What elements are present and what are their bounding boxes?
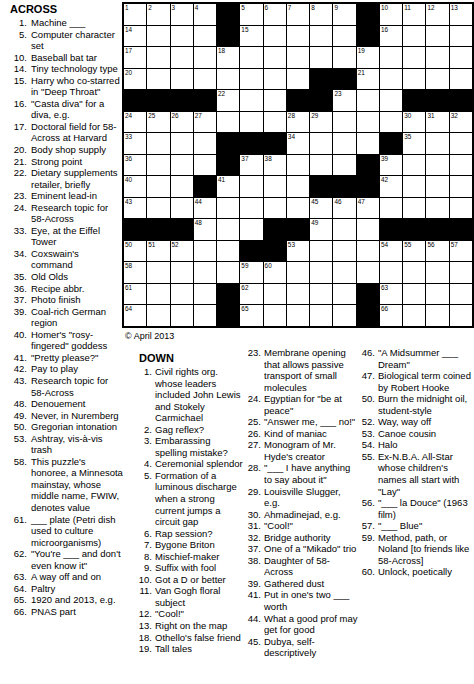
across-clues-column: ACROSS 1.Machine ___5.Computer character… bbox=[4, 3, 123, 617]
grid-cell-r8c15[interactable] bbox=[450, 155, 472, 176]
grid-cell-r8c14[interactable] bbox=[426, 155, 448, 176]
grid-cell-r2c2[interactable] bbox=[147, 26, 169, 47]
clue-across-35: 35.Old Olds bbox=[4, 271, 123, 283]
grid-cell-r15c12[interactable]: 66 bbox=[380, 305, 402, 326]
clue-text: Pay to play bbox=[31, 363, 78, 374]
grid-cell-r6c12[interactable] bbox=[380, 112, 402, 133]
clue-down-59: 59.Method, path, or Noland [to friends l… bbox=[360, 532, 473, 567]
grid-cell-r7c1[interactable]: 33 bbox=[124, 133, 146, 154]
grid-cell-r12c10[interactable] bbox=[333, 241, 355, 262]
grid-cell-r9c14[interactable] bbox=[426, 176, 448, 197]
grid-cell-r1c12[interactable]: 10 bbox=[380, 4, 402, 25]
grid-cell-r12c4[interactable] bbox=[194, 241, 216, 262]
black-cell-r1c11 bbox=[357, 4, 379, 25]
grid-cell-r4c7[interactable] bbox=[264, 69, 286, 90]
grid-cell-r15c10[interactable] bbox=[333, 305, 355, 326]
clue-number: 9. bbox=[137, 562, 152, 574]
clue-text: "___ la Douce" (1963 film) bbox=[378, 497, 468, 520]
clue-text: Burn the midnight oil, student-style bbox=[378, 393, 467, 416]
cell-number: 36 bbox=[125, 155, 132, 163]
black-cell-r9c11 bbox=[357, 176, 379, 197]
grid-cell-r4c1[interactable]: 20 bbox=[124, 69, 146, 90]
clue-across-36: 36.Recipe abbr. bbox=[4, 283, 123, 295]
black-cell-r15c11 bbox=[357, 305, 379, 326]
grid-cell-r10c1[interactable]: 43 bbox=[124, 198, 146, 219]
grid-cell-r1c3[interactable]: 3 bbox=[171, 4, 193, 25]
grid-cell-r14c1[interactable]: 61 bbox=[124, 284, 146, 305]
cell-number: 33 bbox=[125, 133, 132, 141]
clue-across-41: 41."Pretty please?" bbox=[4, 352, 123, 364]
clue-number: 29. bbox=[246, 486, 261, 498]
grid-cell-r3c11[interactable]: 19 bbox=[357, 47, 379, 68]
grid-cell-r7c2[interactable] bbox=[147, 133, 169, 154]
grid-cell-r3c6[interactable] bbox=[240, 47, 262, 68]
grid-cell-r1c15[interactable]: 13 bbox=[450, 4, 472, 25]
grid-cell-r6c4[interactable]: 27 bbox=[194, 112, 216, 133]
clue-across-39: 39.Coal-rich German region bbox=[4, 306, 123, 329]
grid-cell-r12c11[interactable] bbox=[357, 241, 379, 262]
grid-cell-r7c3[interactable] bbox=[171, 133, 193, 154]
grid-cell-r9c15[interactable] bbox=[450, 176, 472, 197]
black-cell-r5c4 bbox=[194, 90, 216, 111]
clue-number: 47. bbox=[360, 370, 375, 382]
clue-across-37: 37.Photo finish bbox=[4, 294, 123, 306]
clue-text: Paltry bbox=[31, 583, 55, 594]
grid-cell-r13c8[interactable] bbox=[287, 262, 309, 283]
grid-cell-r7c13[interactable]: 35 bbox=[403, 133, 425, 154]
grid-cell-r15c9[interactable] bbox=[310, 305, 332, 326]
clue-text: Gag reflex? bbox=[155, 424, 204, 435]
clue-across-1: 1.Machine ___ bbox=[4, 17, 123, 29]
clue-number: 59. bbox=[360, 532, 375, 544]
clue-number: 10. bbox=[137, 574, 152, 586]
clue-text: Louisville Slugger, e.g. bbox=[264, 486, 341, 509]
clue-text: Ceremonial splendor bbox=[155, 458, 243, 469]
clue-text: Computer character set bbox=[31, 29, 115, 52]
clue-across-50: 50.Gregorian intonation bbox=[4, 421, 123, 433]
clue-number: 2. bbox=[137, 424, 152, 436]
grid-cell-r9c7[interactable] bbox=[264, 176, 286, 197]
grid-cell-r13c13[interactable] bbox=[403, 262, 425, 283]
grid-cell-r9c13[interactable] bbox=[403, 176, 425, 197]
clue-down-39: 39.Gathered dust bbox=[246, 578, 358, 590]
clue-text: Canoe cousin bbox=[378, 428, 436, 439]
grid-cell-r7c15[interactable] bbox=[450, 133, 472, 154]
grid-cell-r3c2[interactable] bbox=[147, 47, 169, 68]
cell-number: 6 bbox=[265, 4, 269, 12]
grid-cell-r14c9[interactable] bbox=[310, 284, 332, 305]
clue-text: Photo finish bbox=[31, 294, 81, 305]
grid-cell-r5c12[interactable] bbox=[380, 90, 402, 111]
grid-cell-r6c5[interactable] bbox=[217, 112, 239, 133]
clue-text: Van Gogh floral subject bbox=[155, 585, 220, 608]
grid-cell-r1c7[interactable]: 6 bbox=[264, 4, 286, 25]
cell-number: 61 bbox=[125, 284, 132, 292]
grid-cell-r12c5[interactable] bbox=[217, 241, 239, 262]
grid-cell-r6c2[interactable]: 25 bbox=[147, 112, 169, 133]
grid-cell-r13c3[interactable] bbox=[171, 262, 193, 283]
grid-cell-r12c13[interactable]: 55 bbox=[403, 241, 425, 262]
grid-cell-r1c10[interactable]: 9 bbox=[333, 4, 355, 25]
clue-number: 40. bbox=[4, 329, 27, 341]
grid-cell-r13c14[interactable] bbox=[426, 262, 448, 283]
grid-cell-r4c15[interactable] bbox=[450, 69, 472, 90]
grid-cell-r15c13[interactable] bbox=[403, 305, 425, 326]
black-cell-r7c12 bbox=[380, 133, 402, 154]
grid-cell-r5c7[interactable] bbox=[264, 90, 286, 111]
clue-number: 23. bbox=[246, 347, 261, 359]
clue-text: Ahmadinejad, e.g. bbox=[264, 509, 341, 520]
clue-number: 39. bbox=[4, 306, 27, 318]
grid-cell-r3c1[interactable]: 17 bbox=[124, 47, 146, 68]
black-cell-r11c14 bbox=[426, 219, 448, 240]
grid-cell-r6c3[interactable]: 26 bbox=[171, 112, 193, 133]
clue-text: "___ I have anything to say about it" bbox=[264, 462, 350, 485]
grid-cell-r3c3[interactable] bbox=[171, 47, 193, 68]
grid-cell-r14c8[interactable] bbox=[287, 284, 309, 305]
grid-cell-r3c9[interactable] bbox=[310, 47, 332, 68]
grid-cell-r9c3[interactable] bbox=[171, 176, 193, 197]
grid-cell-r13c4[interactable] bbox=[194, 262, 216, 283]
grid-cell-r1c14[interactable]: 12 bbox=[426, 4, 448, 25]
clue-across-20: 20.Body shop supply bbox=[4, 144, 123, 156]
black-cell-r5c13 bbox=[403, 90, 425, 111]
grid-cell-r10c5[interactable] bbox=[217, 198, 239, 219]
black-cell-r5c14 bbox=[426, 90, 448, 111]
grid-cell-r11c6[interactable] bbox=[240, 219, 262, 240]
grid-cell-r15c15[interactable] bbox=[450, 305, 472, 326]
grid-cell-r9c8[interactable] bbox=[287, 176, 309, 197]
grid-cell-r10c14[interactable] bbox=[426, 198, 448, 219]
cell-number: 40 bbox=[125, 176, 132, 184]
clue-text: Ashtray, vis-à-vis trash bbox=[31, 433, 103, 456]
clue-text: Eminent lead-in bbox=[31, 190, 97, 201]
cell-number: 66 bbox=[381, 305, 388, 313]
clue-text: Dietary supplements retailer, briefly bbox=[31, 167, 118, 190]
clue-text: Machine ___ bbox=[31, 17, 85, 28]
grid-cell-r2c15[interactable] bbox=[450, 26, 472, 47]
grid-cell-r3c5[interactable]: 18 bbox=[217, 47, 239, 68]
cell-number: 59 bbox=[241, 262, 248, 270]
grid-cell-r6c13[interactable]: 30 bbox=[403, 112, 425, 133]
grid-cell-r11c11[interactable] bbox=[357, 219, 379, 240]
clue-number: 33. bbox=[4, 225, 27, 237]
clue-text: Civil rights org. whose leaders included… bbox=[155, 366, 241, 423]
grid-cell-r6c10[interactable] bbox=[333, 112, 355, 133]
grid-cell-r6c15[interactable]: 32 bbox=[450, 112, 472, 133]
grid-cell-r8c7[interactable]: 38 bbox=[264, 155, 286, 176]
clue-number: 17. bbox=[4, 121, 27, 133]
clue-text: Coal-rich German region bbox=[31, 306, 106, 329]
grid-cell-r15c8[interactable] bbox=[287, 305, 309, 326]
grid-cell-r9c6[interactable] bbox=[240, 176, 262, 197]
cell-number: 54 bbox=[381, 241, 388, 249]
grid-cell-r1c2[interactable]: 2 bbox=[147, 4, 169, 25]
grid-cell-r8c4[interactable] bbox=[194, 155, 216, 176]
clue-down-2: 2.Gag reflex? bbox=[137, 424, 243, 436]
clue-across-65: 65.1920 and 2013, e.g. bbox=[4, 594, 123, 606]
black-cell-r8c5 bbox=[217, 155, 239, 176]
clue-text: Got a D or better bbox=[155, 574, 226, 585]
grid-cell-r12c14[interactable]: 56 bbox=[426, 241, 448, 262]
grid-cell-r3c4[interactable] bbox=[194, 47, 216, 68]
clue-text: "Cool!" bbox=[264, 520, 293, 531]
grid-cell-r2c10[interactable] bbox=[333, 26, 355, 47]
clue-number: 7. bbox=[137, 539, 152, 551]
grid-cell-r13c12[interactable] bbox=[380, 262, 402, 283]
black-cell-r12c6 bbox=[240, 241, 262, 262]
clue-down-5: 5.Formation of a luminous discharge when… bbox=[137, 470, 243, 528]
grid-cell-r2c3[interactable] bbox=[171, 26, 193, 47]
clue-down-10: 10.Got a D or better bbox=[137, 574, 243, 586]
clue-text: Halo bbox=[378, 439, 398, 450]
grid-cell-r6c6[interactable] bbox=[240, 112, 262, 133]
clue-across-33: 33.Eye, at the Eiffel Tower bbox=[4, 225, 123, 248]
grid-cell-r3c8[interactable] bbox=[287, 47, 309, 68]
grid-cell-r8c9[interactable] bbox=[310, 155, 332, 176]
grid-cell-r5c10[interactable]: 23 bbox=[333, 90, 355, 111]
grid-cell-r12c8[interactable]: 53 bbox=[287, 241, 309, 262]
grid-cell-r11c4[interactable]: 48 bbox=[194, 219, 216, 240]
grid-cell-r13c10[interactable] bbox=[333, 262, 355, 283]
grid-cell-r14c10[interactable] bbox=[333, 284, 355, 305]
grid-cell-r15c6[interactable]: 65 bbox=[240, 305, 262, 326]
grid-cell-r10c3[interactable] bbox=[171, 198, 193, 219]
grid-cell-r10c7[interactable] bbox=[264, 198, 286, 219]
clue-down-19: 19.Tall tales bbox=[137, 643, 243, 655]
grid-cell-r12c2[interactable]: 51 bbox=[147, 241, 169, 262]
clue-text: Egyptian for "be at peace" bbox=[264, 393, 342, 416]
grid-cell-r10c13[interactable] bbox=[403, 198, 425, 219]
cell-number: 19 bbox=[358, 47, 365, 55]
grid-cell-r4c8[interactable] bbox=[287, 69, 309, 90]
black-cell-r4c9 bbox=[310, 69, 332, 90]
grid-cell-r10c9[interactable]: 45 bbox=[310, 198, 332, 219]
grid-cell-r2c9[interactable] bbox=[310, 26, 332, 47]
grid-cell-r8c3[interactable] bbox=[171, 155, 193, 176]
clue-down-1: 1.Civil rights org. whose leaders includ… bbox=[137, 366, 243, 424]
cell-number: 22 bbox=[218, 90, 225, 98]
clue-number: 54. bbox=[360, 439, 375, 451]
grid-cell-r8c13[interactable] bbox=[403, 155, 425, 176]
clue-number: 1. bbox=[4, 17, 27, 29]
cell-number: 10 bbox=[381, 4, 388, 12]
cell-number: 8 bbox=[311, 4, 315, 12]
grid-cell-r10c2[interactable] bbox=[147, 198, 169, 219]
grid-cell-r13c5[interactable] bbox=[217, 262, 239, 283]
grid-cell-r1c13[interactable]: 11 bbox=[403, 4, 425, 25]
grid-cell-r3c12[interactable] bbox=[380, 47, 402, 68]
grid-cell-r15c2[interactable] bbox=[147, 305, 169, 326]
clue-number: 64. bbox=[4, 583, 27, 595]
grid-cell-r9c12[interactable]: 42 bbox=[380, 176, 402, 197]
crossword-page: { "game": "crossword", "grid": { "rows":… bbox=[0, 0, 474, 684]
clue-text: Embarassing spelling mistake? bbox=[155, 435, 228, 458]
grid-cell-r2c14[interactable] bbox=[426, 26, 448, 47]
grid-cell-r3c13[interactable] bbox=[403, 47, 425, 68]
grid-cell-r13c7[interactable]: 60 bbox=[264, 262, 286, 283]
grid-cell-r6c8[interactable]: 28 bbox=[287, 112, 309, 133]
cell-number: 14 bbox=[125, 26, 132, 34]
grid-cell-r4c4[interactable] bbox=[194, 69, 216, 90]
grid-cell-r15c1[interactable]: 64 bbox=[124, 305, 146, 326]
grid-cell-r13c11[interactable] bbox=[357, 262, 379, 283]
grid-cell-r3c15[interactable] bbox=[450, 47, 472, 68]
grid-cell-r7c11[interactable] bbox=[357, 133, 379, 154]
clue-text: Suffix with fool bbox=[155, 562, 216, 573]
grid-cell-r6c11[interactable] bbox=[357, 112, 379, 133]
clue-number: 12. bbox=[137, 608, 152, 620]
cell-number: 55 bbox=[404, 241, 411, 249]
grid-cell-r11c5[interactable] bbox=[217, 219, 239, 240]
grid-cell-r13c9[interactable] bbox=[310, 262, 332, 283]
black-cell-r5c2 bbox=[147, 90, 169, 111]
grid-cell-r13c1[interactable]: 58 bbox=[124, 262, 146, 283]
grid-cell-r4c6[interactable] bbox=[240, 69, 262, 90]
cell-number: 53 bbox=[288, 241, 295, 249]
grid-cell-r4c5[interactable] bbox=[217, 69, 239, 90]
grid-cell-r7c14[interactable] bbox=[426, 133, 448, 154]
grid-cell-r1c9[interactable]: 8 bbox=[310, 4, 332, 25]
grid-cell-r15c4[interactable] bbox=[194, 305, 216, 326]
grid-cell-r2c12[interactable]: 16 bbox=[380, 26, 402, 47]
grid-cell-r14c7[interactable] bbox=[264, 284, 286, 305]
grid-cell-r14c3[interactable] bbox=[171, 284, 193, 305]
grid-cell-r2c6[interactable]: 15 bbox=[240, 26, 262, 47]
clue-number: 5. bbox=[4, 29, 27, 41]
grid-cell-r4c12[interactable] bbox=[380, 69, 402, 90]
clue-down-53: 53.Canoe cousin bbox=[360, 428, 473, 440]
grid-cell-r6c9[interactable]: 29 bbox=[310, 112, 332, 133]
grid-cell-r10c6[interactable] bbox=[240, 198, 262, 219]
clue-down-7: 7.Bygone Briton bbox=[137, 539, 243, 551]
grid-cell-r15c14[interactable] bbox=[426, 305, 448, 326]
grid-cell-r8c2[interactable] bbox=[147, 155, 169, 176]
grid-cell-r6c7[interactable] bbox=[264, 112, 286, 133]
grid-cell-r14c14[interactable] bbox=[426, 284, 448, 305]
grid-cell-r10c15[interactable] bbox=[450, 198, 472, 219]
grid-cell-r8c8[interactable] bbox=[287, 155, 309, 176]
grid-cell-r14c15[interactable] bbox=[450, 284, 472, 305]
black-cell-r11c8 bbox=[287, 219, 309, 240]
clue-text: Research topic for 58-Across bbox=[31, 375, 108, 398]
grid-cell-r4c13[interactable] bbox=[403, 69, 425, 90]
grid-cell-r9c2[interactable] bbox=[147, 176, 169, 197]
grid-cell-r8c10[interactable] bbox=[333, 155, 355, 176]
grid-cell-r14c13[interactable] bbox=[403, 284, 425, 305]
grid-cell-r8c1[interactable]: 36 bbox=[124, 155, 146, 176]
grid-cell-r4c2[interactable] bbox=[147, 69, 169, 90]
clue-text: Gregorian intonation bbox=[31, 421, 117, 432]
grid-cell-r7c9[interactable] bbox=[310, 133, 332, 154]
clue-down-52: 52.Way, way off bbox=[360, 416, 473, 428]
cell-number: 12 bbox=[427, 4, 434, 12]
grid-cell-r2c8[interactable] bbox=[287, 26, 309, 47]
grid-cell-r12c12[interactable]: 54 bbox=[380, 241, 402, 262]
cell-number: 42 bbox=[381, 176, 388, 184]
grid-cell-r8c6[interactable]: 37 bbox=[240, 155, 262, 176]
clue-down-11: 11.Van Gogh floral subject bbox=[137, 585, 243, 608]
clue-number: 57. bbox=[360, 520, 375, 532]
grid-cell-r10c12[interactable] bbox=[380, 198, 402, 219]
grid-cell-r12c3[interactable]: 52 bbox=[171, 241, 193, 262]
grid-cell-r14c6[interactable]: 62 bbox=[240, 284, 262, 305]
grid-cell-r6c14[interactable]: 31 bbox=[426, 112, 448, 133]
clue-number: 46. bbox=[360, 347, 375, 359]
grid-cell-r5c5[interactable]: 22 bbox=[217, 90, 239, 111]
grid-cell-r1c4[interactable]: 4 bbox=[194, 4, 216, 25]
grid-cell-r10c4[interactable]: 44 bbox=[194, 198, 216, 219]
grid-cell-r15c7[interactable] bbox=[264, 305, 286, 326]
black-cell-r8c11 bbox=[357, 155, 379, 176]
grid-cell-r7c8[interactable]: 34 bbox=[287, 133, 309, 154]
grid-cell-r12c1[interactable]: 50 bbox=[124, 241, 146, 262]
grid-cell-r14c4[interactable] bbox=[194, 284, 216, 305]
grid-cell-r14c2[interactable] bbox=[147, 284, 169, 305]
grid-cell-r3c10[interactable] bbox=[333, 47, 355, 68]
cell-number: 48 bbox=[195, 219, 202, 227]
grid-cell-r1c8[interactable]: 7 bbox=[287, 4, 309, 25]
across-header: ACROSS bbox=[10, 3, 123, 16]
cell-number: 34 bbox=[288, 133, 295, 141]
clue-number: 30. bbox=[246, 509, 261, 521]
cell-number: 38 bbox=[265, 155, 272, 163]
grid-cell-r1c6[interactable]: 5 bbox=[240, 4, 262, 25]
clue-number: 34. bbox=[4, 248, 27, 260]
grid-cell-r3c7[interactable] bbox=[264, 47, 286, 68]
grid-cell-r13c6[interactable]: 59 bbox=[240, 262, 262, 283]
grid-cell-r5c11[interactable] bbox=[357, 90, 379, 111]
grid-cell-r12c9[interactable] bbox=[310, 241, 332, 262]
grid-cell-r2c7[interactable] bbox=[264, 26, 286, 47]
grid-cell-r4c14[interactable] bbox=[426, 69, 448, 90]
grid-cell-r8c12[interactable]: 39 bbox=[380, 155, 402, 176]
down-clue-list-2: 23.Membrane opening that allows passive … bbox=[246, 347, 358, 659]
grid-cell-r15c3[interactable] bbox=[171, 305, 193, 326]
clue-across-61: 61.___ plate (Petri dish used to culture… bbox=[4, 514, 123, 549]
grid-cell-r2c1[interactable]: 14 bbox=[124, 26, 146, 47]
grid-cell-r10c10[interactable]: 46 bbox=[333, 198, 355, 219]
grid-cell-r3c14[interactable] bbox=[426, 47, 448, 68]
grid-cell-r2c4[interactable] bbox=[194, 26, 216, 47]
grid-cell-r7c4[interactable] bbox=[194, 133, 216, 154]
clue-down-38: 38.Daughter of 58-Across bbox=[246, 555, 358, 578]
grid-cell-r6c1[interactable]: 24 bbox=[124, 112, 146, 133]
grid-cell-r4c3[interactable] bbox=[171, 69, 193, 90]
grid-cell-r13c15[interactable] bbox=[450, 262, 472, 283]
grid-cell-r14c12[interactable]: 63 bbox=[380, 284, 402, 305]
grid-cell-r10c8[interactable] bbox=[287, 198, 309, 219]
grid-cell-r4c11[interactable]: 21 bbox=[357, 69, 379, 90]
grid-cell-r9c5[interactable]: 41 bbox=[217, 176, 239, 197]
clue-across-22: 22.Dietary supplements retailer, briefly bbox=[4, 167, 123, 190]
clue-text: Monogram of Mr. Hyde's creator bbox=[264, 439, 336, 462]
grid-cell-r13c2[interactable] bbox=[147, 262, 169, 283]
clue-text: Ex-N.B.A. All-Star whose children's name… bbox=[378, 451, 459, 497]
grid-cell-r1c1[interactable]: 1 bbox=[124, 4, 146, 25]
clue-number: 41. bbox=[246, 589, 261, 601]
grid-cell-r2c13[interactable] bbox=[403, 26, 425, 47]
grid-cell-r5c6[interactable] bbox=[240, 90, 262, 111]
grid-cell-r11c9[interactable]: 49 bbox=[310, 219, 332, 240]
clue-down-30: 30.Ahmadinejad, e.g. bbox=[246, 509, 358, 521]
grid-cell-r11c10[interactable] bbox=[333, 219, 355, 240]
grid-cell-r9c1[interactable]: 40 bbox=[124, 176, 146, 197]
grid-cell-r7c10[interactable] bbox=[333, 133, 355, 154]
clue-across-34: 34.Coxswain's command bbox=[4, 248, 123, 271]
grid-cell-r12c15[interactable]: 57 bbox=[450, 241, 472, 262]
grid-cell-r10c11[interactable]: 47 bbox=[357, 198, 379, 219]
